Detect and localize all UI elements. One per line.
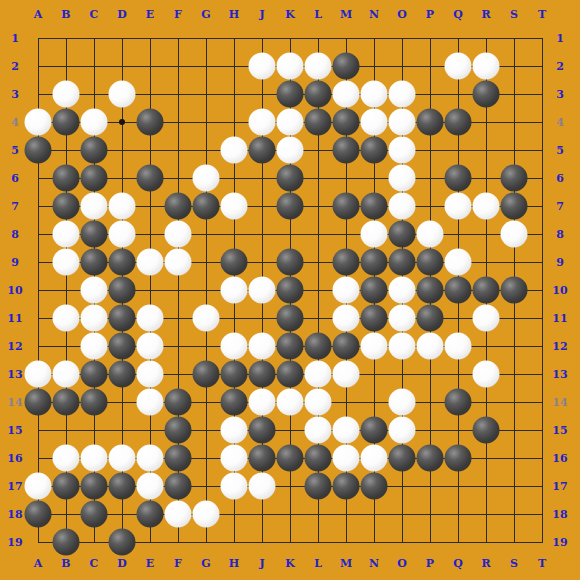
row-label-right-13: 13: [552, 369, 567, 380]
stone-white-J2: [249, 53, 276, 80]
stone-white-E13: [137, 361, 164, 388]
col-label-top-N: N: [369, 9, 379, 20]
row-label-left-9: 9: [11, 257, 19, 268]
stone-white-B9: [53, 249, 80, 276]
stone-white-O5: [389, 137, 416, 164]
stone-white-J17: [249, 473, 276, 500]
stone-white-H10: [221, 277, 248, 304]
stone-black-C6: [81, 165, 108, 192]
stone-white-A4: [25, 109, 52, 136]
row-label-right-16: 16: [552, 453, 567, 464]
col-label-top-L: L: [314, 9, 322, 20]
stone-black-K12: [277, 333, 304, 360]
stone-white-O11: [389, 305, 416, 332]
row-label-left-4: 4: [11, 117, 19, 128]
row-label-left-8: 8: [11, 229, 19, 240]
stone-black-B17: [53, 473, 80, 500]
stone-black-C8: [81, 221, 108, 248]
stone-black-C9: [81, 249, 108, 276]
col-label-bottom-O: O: [397, 558, 407, 569]
stone-white-O10: [389, 277, 416, 304]
stone-white-O4: [389, 109, 416, 136]
stone-black-D10: [109, 277, 136, 304]
row-label-left-7: 7: [11, 201, 19, 212]
stone-white-J10: [249, 277, 276, 304]
stone-white-M10: [333, 277, 360, 304]
stone-black-F7: [165, 193, 192, 220]
stone-white-B11: [53, 305, 80, 332]
stone-black-M4: [333, 109, 360, 136]
stone-black-K7: [277, 193, 304, 220]
stone-black-B19: [53, 529, 80, 556]
stone-white-N16: [361, 445, 388, 472]
col-label-bottom-R: R: [481, 558, 490, 569]
col-label-top-S: S: [510, 9, 518, 20]
stone-white-E17: [137, 473, 164, 500]
stone-black-R10: [473, 277, 500, 304]
row-label-right-15: 15: [552, 425, 567, 436]
stone-white-N8: [361, 221, 388, 248]
stone-white-O12: [389, 333, 416, 360]
stone-white-C11: [81, 305, 108, 332]
row-label-right-10: 10: [552, 285, 567, 296]
col-label-bottom-M: M: [340, 558, 352, 569]
stone-black-K9: [277, 249, 304, 276]
stone-white-R11: [473, 305, 500, 332]
stone-white-D8: [109, 221, 136, 248]
stone-black-F17: [165, 473, 192, 500]
row-label-left-17: 17: [7, 481, 22, 492]
row-label-right-3: 3: [556, 89, 564, 100]
star-point-d4: [119, 119, 125, 125]
stone-black-Q4: [445, 109, 472, 136]
stone-white-H12: [221, 333, 248, 360]
col-label-top-G: G: [201, 9, 210, 20]
row-label-left-2: 2: [11, 61, 19, 72]
stone-black-L3: [305, 81, 332, 108]
row-label-left-15: 15: [7, 425, 22, 436]
row-label-left-10: 10: [7, 285, 22, 296]
stone-black-R15: [473, 417, 500, 444]
stone-black-D11: [109, 305, 136, 332]
stone-black-C17: [81, 473, 108, 500]
stone-white-D3: [109, 81, 136, 108]
stone-black-J13: [249, 361, 276, 388]
stone-white-K4: [277, 109, 304, 136]
col-label-top-H: H: [229, 9, 239, 20]
stone-black-M17: [333, 473, 360, 500]
stone-black-Q14: [445, 389, 472, 416]
row-label-right-6: 6: [556, 173, 564, 184]
row-label-left-1: 1: [11, 33, 19, 44]
row-label-right-19: 19: [552, 537, 567, 548]
stone-black-E18: [137, 501, 164, 528]
row-label-right-12: 12: [552, 341, 567, 352]
stone-black-A14: [25, 389, 52, 416]
stone-white-D16: [109, 445, 136, 472]
stone-black-Q6: [445, 165, 472, 192]
stone-white-B16: [53, 445, 80, 472]
stone-black-S10: [501, 277, 528, 304]
col-label-top-Q: Q: [453, 9, 463, 20]
stone-black-R3: [473, 81, 500, 108]
stone-black-K16: [277, 445, 304, 472]
stone-white-C10: [81, 277, 108, 304]
stone-white-E12: [137, 333, 164, 360]
stone-black-N11: [361, 305, 388, 332]
stone-black-P16: [417, 445, 444, 472]
stone-white-K5: [277, 137, 304, 164]
stone-black-P4: [417, 109, 444, 136]
row-label-left-16: 16: [7, 453, 22, 464]
stone-white-M15: [333, 417, 360, 444]
col-label-bottom-B: B: [61, 558, 70, 569]
col-label-top-K: K: [285, 9, 295, 20]
stone-white-D7: [109, 193, 136, 220]
stone-black-K3: [277, 81, 304, 108]
row-label-left-14: 14: [7, 397, 22, 408]
stone-black-S7: [501, 193, 528, 220]
stone-white-L15: [305, 417, 332, 444]
stone-black-H9: [221, 249, 248, 276]
row-label-left-12: 12: [7, 341, 22, 352]
row-label-right-18: 18: [552, 509, 567, 520]
stone-black-C5: [81, 137, 108, 164]
col-label-bottom-K: K: [285, 558, 295, 569]
stone-white-H17: [221, 473, 248, 500]
stone-black-M12: [333, 333, 360, 360]
col-label-bottom-G: G: [201, 558, 210, 569]
stone-black-L12: [305, 333, 332, 360]
stone-black-O9: [389, 249, 416, 276]
stone-white-R13: [473, 361, 500, 388]
col-label-top-D: D: [117, 9, 127, 20]
stone-black-C14: [81, 389, 108, 416]
stone-white-F8: [165, 221, 192, 248]
stone-white-E14: [137, 389, 164, 416]
row-label-right-7: 7: [556, 201, 564, 212]
stone-white-M3: [333, 81, 360, 108]
col-label-top-O: O: [397, 9, 407, 20]
stone-black-B14: [53, 389, 80, 416]
stone-black-D9: [109, 249, 136, 276]
stone-black-C18: [81, 501, 108, 528]
stone-white-H5: [221, 137, 248, 164]
stone-black-B4: [53, 109, 80, 136]
stone-black-E4: [137, 109, 164, 136]
stone-white-Q2: [445, 53, 472, 80]
stone-white-P8: [417, 221, 444, 248]
row-label-left-6: 6: [11, 173, 19, 184]
stone-white-N3: [361, 81, 388, 108]
stone-black-L4: [305, 109, 332, 136]
stone-white-F9: [165, 249, 192, 276]
stone-white-B13: [53, 361, 80, 388]
stone-white-L13: [305, 361, 332, 388]
stone-black-K11: [277, 305, 304, 332]
col-label-bottom-L: L: [314, 558, 322, 569]
stone-white-R2: [473, 53, 500, 80]
stone-white-B8: [53, 221, 80, 248]
stone-black-M2: [333, 53, 360, 80]
stone-black-B7: [53, 193, 80, 220]
stone-black-N7: [361, 193, 388, 220]
stone-black-P10: [417, 277, 444, 304]
stone-white-O15: [389, 417, 416, 444]
row-label-left-18: 18: [7, 509, 22, 520]
stone-black-M5: [333, 137, 360, 164]
col-label-bottom-C: C: [90, 558, 99, 569]
stone-black-P11: [417, 305, 444, 332]
stone-black-P9: [417, 249, 444, 276]
row-label-right-2: 2: [556, 61, 564, 72]
col-label-bottom-E: E: [146, 558, 154, 569]
row-label-left-5: 5: [11, 145, 19, 156]
stone-white-H15: [221, 417, 248, 444]
stone-white-E9: [137, 249, 164, 276]
row-label-right-14: 14: [552, 397, 567, 408]
stone-black-Q10: [445, 277, 472, 304]
stone-black-M9: [333, 249, 360, 276]
col-label-bottom-N: N: [369, 558, 379, 569]
stone-black-F16: [165, 445, 192, 472]
col-label-top-A: A: [34, 9, 43, 20]
col-label-top-P: P: [426, 9, 434, 20]
row-label-right-5: 5: [556, 145, 564, 156]
col-label-top-F: F: [174, 9, 182, 20]
stone-black-C13: [81, 361, 108, 388]
col-label-top-J: J: [259, 9, 264, 20]
stone-white-B3: [53, 81, 80, 108]
stone-white-M11: [333, 305, 360, 332]
stone-black-N15: [361, 417, 388, 444]
col-label-top-M: M: [340, 9, 352, 20]
col-label-bottom-F: F: [174, 558, 182, 569]
stone-white-M13: [333, 361, 360, 388]
stone-black-N5: [361, 137, 388, 164]
stone-black-L17: [305, 473, 332, 500]
col-label-top-R: R: [481, 9, 490, 20]
stone-black-D17: [109, 473, 136, 500]
stone-black-D13: [109, 361, 136, 388]
stone-white-O14: [389, 389, 416, 416]
row-label-left-13: 13: [7, 369, 22, 380]
col-label-top-E: E: [146, 9, 154, 20]
stone-black-H13: [221, 361, 248, 388]
stone-black-A5: [25, 137, 52, 164]
col-label-bottom-D: D: [117, 558, 127, 569]
stone-white-M16: [333, 445, 360, 472]
stone-white-N4: [361, 109, 388, 136]
stone-black-O16: [389, 445, 416, 472]
stone-white-J14: [249, 389, 276, 416]
col-label-bottom-H: H: [229, 558, 239, 569]
stone-white-O6: [389, 165, 416, 192]
col-label-top-B: B: [61, 9, 70, 20]
col-label-bottom-A: A: [34, 558, 43, 569]
stone-white-N12: [361, 333, 388, 360]
stone-black-A18: [25, 501, 52, 528]
stone-white-J12: [249, 333, 276, 360]
col-label-bottom-J: J: [259, 558, 264, 569]
stone-white-E16: [137, 445, 164, 472]
stone-white-C7: [81, 193, 108, 220]
col-label-bottom-Q: Q: [453, 558, 463, 569]
stone-white-A17: [25, 473, 52, 500]
stone-white-G6: [193, 165, 220, 192]
stone-white-C4: [81, 109, 108, 136]
row-label-left-19: 19: [7, 537, 22, 548]
stone-black-N9: [361, 249, 388, 276]
stone-white-L14: [305, 389, 332, 416]
stone-black-F15: [165, 417, 192, 444]
stone-black-S6: [501, 165, 528, 192]
stone-black-M7: [333, 193, 360, 220]
stone-white-E11: [137, 305, 164, 332]
stone-white-F18: [165, 501, 192, 528]
stone-white-S8: [501, 221, 528, 248]
stone-white-K14: [277, 389, 304, 416]
row-label-right-8: 8: [556, 229, 564, 240]
stone-white-C16: [81, 445, 108, 472]
stone-white-L2: [305, 53, 332, 80]
stone-black-H14: [221, 389, 248, 416]
stone-white-K2: [277, 53, 304, 80]
stone-black-B6: [53, 165, 80, 192]
stone-white-H7: [221, 193, 248, 220]
stone-black-K13: [277, 361, 304, 388]
stone-white-R7: [473, 193, 500, 220]
stone-black-G13: [193, 361, 220, 388]
stone-white-Q7: [445, 193, 472, 220]
stone-white-C12: [81, 333, 108, 360]
col-label-bottom-T: T: [538, 558, 546, 569]
stone-black-O8: [389, 221, 416, 248]
stone-white-P12: [417, 333, 444, 360]
stone-black-Q16: [445, 445, 472, 472]
stone-white-H16: [221, 445, 248, 472]
stone-black-J16: [249, 445, 276, 472]
col-label-top-C: C: [90, 9, 99, 20]
stone-black-N10: [361, 277, 388, 304]
col-label-top-T: T: [538, 9, 546, 20]
stone-black-N17: [361, 473, 388, 500]
stone-black-L16: [305, 445, 332, 472]
stone-white-Q12: [445, 333, 472, 360]
stone-black-K6: [277, 165, 304, 192]
row-label-left-11: 11: [7, 313, 22, 324]
col-label-bottom-P: P: [426, 558, 434, 569]
stone-black-D19: [109, 529, 136, 556]
row-label-right-1: 1: [556, 33, 564, 44]
row-label-left-3: 3: [11, 89, 19, 100]
stone-white-O7: [389, 193, 416, 220]
row-label-right-9: 9: [556, 257, 564, 268]
col-label-bottom-S: S: [510, 558, 518, 569]
go-board[interactable]: AABBCCDDEEFFGGHHJJKKLLMMNNOOPPQQRRSSTT11…: [0, 0, 580, 580]
stone-black-D12: [109, 333, 136, 360]
stone-white-G11: [193, 305, 220, 332]
stone-black-J5: [249, 137, 276, 164]
row-label-right-17: 17: [552, 481, 567, 492]
stone-white-Q9: [445, 249, 472, 276]
stone-white-J4: [249, 109, 276, 136]
stone-black-K10: [277, 277, 304, 304]
stone-white-A13: [25, 361, 52, 388]
stone-white-G18: [193, 501, 220, 528]
stone-black-F14: [165, 389, 192, 416]
row-label-right-11: 11: [552, 313, 567, 324]
stone-black-J15: [249, 417, 276, 444]
row-label-right-4: 4: [556, 117, 564, 128]
stone-black-G7: [193, 193, 220, 220]
stone-black-E6: [137, 165, 164, 192]
stone-white-O3: [389, 81, 416, 108]
